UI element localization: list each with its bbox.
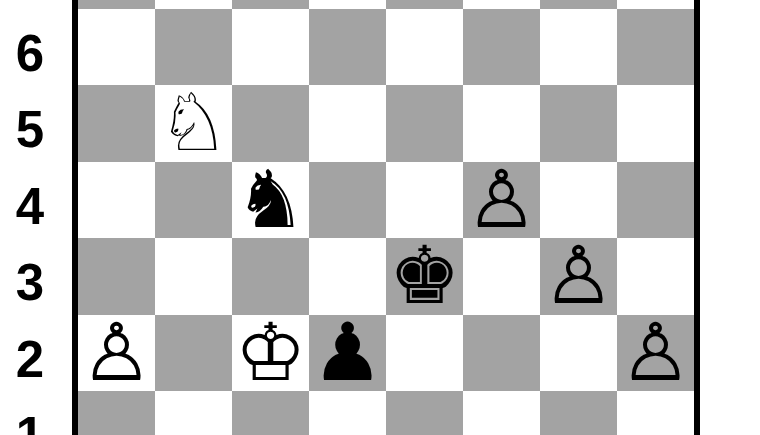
rank-label-4: 4 (6, 181, 54, 232)
square-e5[interactable] (386, 85, 463, 162)
square-g4[interactable] (540, 162, 617, 239)
square-c5[interactable] (232, 85, 309, 162)
square-g5[interactable] (540, 85, 617, 162)
square-a2[interactable]: ♙ (78, 315, 155, 392)
chess-diagram: 7654321 ♜♟♘♞♙♚♙♙♔♟♙ (0, 0, 760, 435)
square-e6[interactable] (386, 9, 463, 86)
white-knight-icon: ♘ (158, 83, 230, 163)
square-f1[interactable] (463, 391, 540, 435)
square-g2[interactable] (540, 315, 617, 392)
square-h2[interactable]: ♙ (617, 315, 694, 392)
square-b3[interactable] (155, 238, 232, 315)
square-h1[interactable] (617, 391, 694, 435)
square-a6[interactable] (78, 9, 155, 86)
square-c4[interactable]: ♞ (232, 162, 309, 239)
square-a3[interactable] (78, 238, 155, 315)
board-right-border (694, 0, 700, 435)
square-f7[interactable] (463, 0, 540, 9)
rank-label-6: 6 (6, 28, 54, 79)
white-pawn-icon: ♙ (620, 313, 692, 393)
square-c2[interactable]: ♔ (232, 315, 309, 392)
square-d3[interactable] (309, 238, 386, 315)
white-pawn-icon: ♙ (543, 236, 615, 316)
square-e7[interactable] (386, 0, 463, 9)
square-f6[interactable] (463, 9, 540, 86)
square-c7[interactable] (232, 0, 309, 9)
black-king-icon: ♚ (389, 236, 461, 316)
square-c1[interactable] (232, 391, 309, 435)
black-knight-icon: ♞ (235, 160, 307, 240)
square-g3[interactable]: ♙ (540, 238, 617, 315)
square-a4[interactable] (78, 162, 155, 239)
square-f5[interactable] (463, 85, 540, 162)
square-f4[interactable]: ♙ (463, 162, 540, 239)
square-f2[interactable] (463, 315, 540, 392)
square-d1[interactable] (309, 391, 386, 435)
square-h5[interactable] (617, 85, 694, 162)
black-pawn-icon: ♟ (312, 313, 384, 393)
chess-board: ♜♟♘♞♙♚♙♙♔♟♙ (78, 0, 694, 435)
square-h6[interactable] (617, 9, 694, 86)
square-e2[interactable] (386, 315, 463, 392)
rank-label-7: 7 (6, 0, 54, 2)
white-pawn-icon: ♙ (466, 160, 538, 240)
square-b4[interactable] (155, 162, 232, 239)
square-h3[interactable] (617, 238, 694, 315)
square-a1[interactable] (78, 391, 155, 435)
square-a5[interactable] (78, 85, 155, 162)
white-king-icon: ♔ (235, 313, 307, 393)
square-b2[interactable] (155, 315, 232, 392)
rank-labels: 7654321 (0, 0, 68, 435)
square-e3[interactable]: ♚ (386, 238, 463, 315)
square-d5[interactable] (309, 85, 386, 162)
white-pawn-icon: ♙ (81, 313, 153, 393)
square-c6[interactable] (232, 9, 309, 86)
square-b1[interactable] (155, 391, 232, 435)
rank-label-5: 5 (6, 104, 54, 155)
square-b6[interactable] (155, 9, 232, 86)
square-h4[interactable] (617, 162, 694, 239)
rank-label-2: 2 (6, 334, 54, 385)
square-f3[interactable] (463, 238, 540, 315)
square-d7[interactable] (309, 0, 386, 9)
square-b7[interactable] (155, 0, 232, 9)
square-a7[interactable] (78, 0, 155, 9)
rank-label-3: 3 (6, 257, 54, 308)
square-b5[interactable]: ♘ (155, 85, 232, 162)
square-g1[interactable] (540, 391, 617, 435)
square-h7[interactable]: ♟ (617, 0, 694, 9)
square-d2[interactable]: ♟ (309, 315, 386, 392)
square-d4[interactable] (309, 162, 386, 239)
square-d6[interactable] (309, 9, 386, 86)
square-e1[interactable] (386, 391, 463, 435)
square-g6[interactable] (540, 9, 617, 86)
square-e4[interactable] (386, 162, 463, 239)
square-g7[interactable]: ♜ (540, 0, 617, 9)
square-c3[interactable] (232, 238, 309, 315)
rank-label-1: 1 (6, 410, 54, 435)
